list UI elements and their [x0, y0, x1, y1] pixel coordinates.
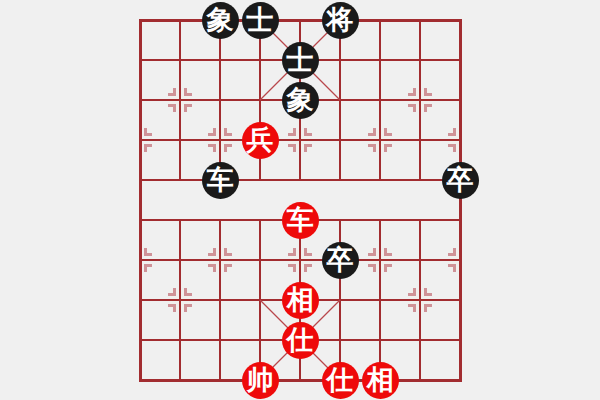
piece-red-elephant[interactable]: 相 — [362, 362, 399, 399]
piece-red-advisor[interactable]: 仕 — [282, 322, 319, 359]
pieces-layer: 象士将士象车卒卒兵车相仕帅仕相 — [140, 20, 460, 380]
app-canvas: 象士将士象车卒卒兵车相仕帅仕相 — [0, 0, 600, 400]
piece-red-elephant[interactable]: 相 — [282, 282, 319, 319]
xiangqi-board[interactable]: 象士将士象车卒卒兵车相仕帅仕相 — [140, 20, 460, 380]
piece-black-advisor[interactable]: 士 — [242, 2, 279, 39]
piece-black-advisor[interactable]: 士 — [282, 42, 319, 79]
piece-red-chariot[interactable]: 车 — [282, 202, 319, 239]
piece-red-advisor[interactable]: 仕 — [322, 362, 359, 399]
piece-black-soldier[interactable]: 卒 — [442, 162, 479, 199]
piece-black-general[interactable]: 将 — [322, 2, 359, 39]
piece-black-elephant[interactable]: 象 — [202, 2, 239, 39]
piece-black-soldier[interactable]: 卒 — [322, 242, 359, 279]
piece-red-general[interactable]: 帅 — [242, 362, 279, 399]
piece-red-soldier[interactable]: 兵 — [242, 122, 279, 159]
piece-black-chariot[interactable]: 车 — [202, 162, 239, 199]
piece-black-elephant[interactable]: 象 — [282, 82, 319, 119]
